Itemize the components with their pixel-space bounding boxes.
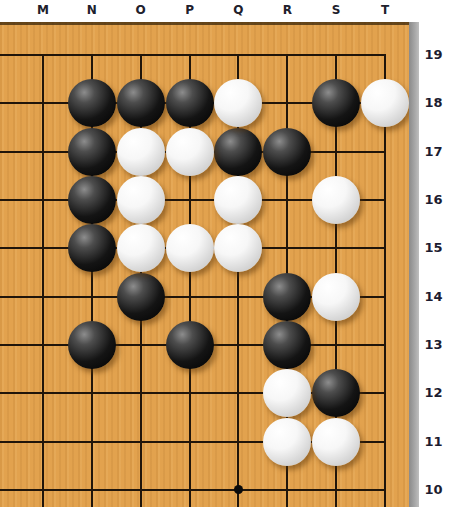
row-labels: 19181716151413121110: [419, 0, 448, 507]
column-label-S: S: [332, 2, 341, 18]
column-label-M: M: [37, 2, 49, 18]
stone-white-Q18: [214, 79, 262, 127]
stone-black-Q17: [214, 128, 262, 176]
stone-white-P15: [166, 224, 214, 272]
go-board[interactable]: [0, 22, 409, 507]
stone-black-O18: [117, 79, 165, 127]
row-label-14: 14: [419, 289, 448, 305]
stone-white-Q16: [214, 176, 262, 224]
stone-black-N18: [68, 79, 116, 127]
stone-black-P13: [166, 321, 214, 369]
row-label-13: 13: [419, 337, 448, 353]
column-label-R: R: [283, 2, 292, 18]
row-label-16: 16: [419, 192, 448, 208]
column-labels: MNOPQRST: [0, 0, 450, 22]
stone-white-S11: [312, 418, 360, 466]
stone-white-O16: [117, 176, 165, 224]
grid-line-h-19: [0, 54, 386, 56]
column-label-T: T: [381, 2, 389, 18]
column-label-O: O: [136, 2, 146, 18]
stone-black-P18: [166, 79, 214, 127]
column-label-P: P: [185, 2, 194, 18]
row-label-12: 12: [419, 385, 448, 401]
board-top-edge: [0, 22, 409, 25]
stone-black-N17: [68, 128, 116, 176]
stone-white-Q15: [214, 224, 262, 272]
row-label-19: 19: [419, 47, 448, 63]
row-label-17: 17: [419, 144, 448, 160]
row-label-11: 11: [419, 434, 448, 450]
stone-black-O14: [117, 273, 165, 321]
stone-white-T18: [361, 79, 409, 127]
row-label-10: 10: [419, 482, 448, 498]
row-label-18: 18: [419, 95, 448, 111]
column-label-Q: Q: [233, 2, 243, 18]
star-point-Q10: [234, 485, 243, 494]
go-board-screen: MNOPQRST 19181716151413121110: [0, 0, 450, 507]
stone-black-N16: [68, 176, 116, 224]
stone-black-S18: [312, 79, 360, 127]
stone-white-R11: [263, 418, 311, 466]
stone-white-S16: [312, 176, 360, 224]
stone-white-O15: [117, 224, 165, 272]
stone-black-S12: [312, 369, 360, 417]
stone-black-R17: [263, 128, 311, 176]
stone-white-S14: [312, 273, 360, 321]
stone-black-R14: [263, 273, 311, 321]
stone-black-N15: [68, 224, 116, 272]
grid-line-h-10: [0, 489, 386, 491]
stone-black-N13: [68, 321, 116, 369]
stone-white-O17: [117, 128, 165, 176]
stone-white-R12: [263, 369, 311, 417]
stone-white-P17: [166, 128, 214, 176]
stone-black-R13: [263, 321, 311, 369]
column-label-N: N: [87, 2, 97, 18]
grid-line-v-M: [42, 54, 44, 507]
row-label-15: 15: [419, 240, 448, 256]
